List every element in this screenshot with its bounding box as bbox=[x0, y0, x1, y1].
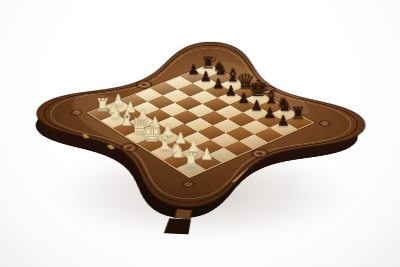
chess-board: ♜♞♝♛♚♝♞♜♟♟♟♟♟♟♟♟♟♟♟♟♟♟♟♟♜♞♝♛♚♝♞♜ bbox=[0, 26, 400, 231]
board-foot-top bbox=[167, 205, 199, 222]
scene: ♜♞♝♛♚♝♞♜♟♟♟♟♟♟♟♟♟♟♟♟♟♟♟♟♜♞♝♛♚♝♞♜ bbox=[0, 0, 400, 267]
product-photo-stage: ♜♞♝♛♚♝♞♜♟♟♟♟♟♟♟♟♟♟♟♟♟♟♟♟♜♞♝♛♚♝♞♜ bbox=[0, 0, 400, 267]
